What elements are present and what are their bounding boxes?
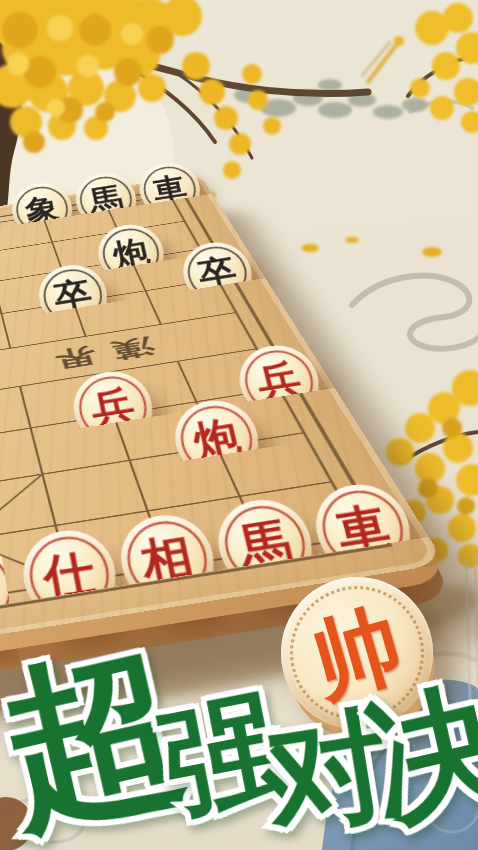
promo-screen: 楚河 漢界 車馬象士將士象馬車炮炮卒卒卒卒卒兵兵兵兵兵炮炮車馬相仕帥仕相馬車 帅…: [0, 0, 478, 850]
hero-general-glyph: 帅: [298, 584, 415, 723]
leaf-streak: [362, 36, 404, 82]
edge-piece-blob: [0, 797, 33, 850]
